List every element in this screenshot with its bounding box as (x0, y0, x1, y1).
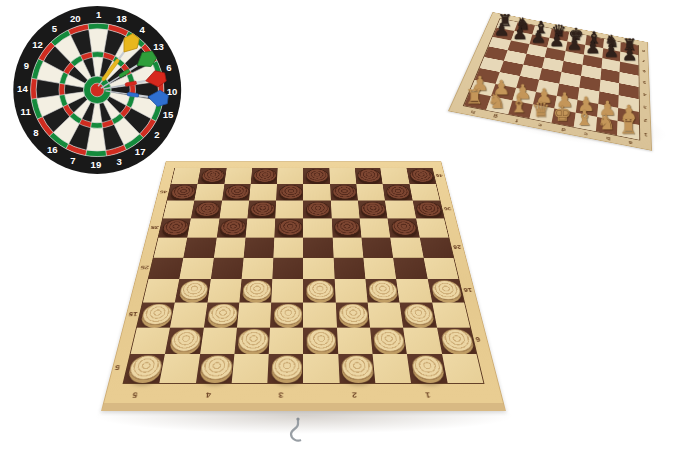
draughts-man-dark (170, 185, 196, 199)
draughts-square (432, 302, 470, 327)
draughts-border-number: 5 (131, 391, 138, 399)
draughts-square (355, 168, 383, 184)
draughts-man-dark (361, 202, 387, 217)
draughts-square (241, 258, 273, 280)
board-fold-seam (153, 257, 454, 258)
chess-border-label: c (583, 132, 587, 137)
draughts-grid (123, 168, 485, 384)
dartboard-number: 5 (52, 23, 58, 34)
draughts-border-number: 26 (452, 244, 461, 249)
chess-square (561, 61, 582, 76)
draughts-square (245, 219, 275, 238)
chess-square: ♜ (617, 121, 639, 140)
chess-piece-white-q: ♛ (531, 100, 549, 121)
draughts-square (370, 327, 407, 354)
draughts-square (329, 168, 356, 184)
draughts-square (269, 327, 304, 354)
draughts-square (196, 354, 235, 383)
chess-piece-white-b: ♝ (510, 96, 528, 117)
draughts-square (409, 184, 439, 201)
dartboard-number: 3 (116, 156, 121, 167)
draughts-square (160, 354, 200, 383)
chess-border-label: h (470, 110, 476, 115)
chess-piece-black-p: ♟ (603, 43, 618, 60)
draughts-man-dark (306, 202, 331, 217)
chess-border-label: 3 (643, 105, 647, 110)
draughts-square (303, 302, 336, 327)
draughts-border-number: 15 (128, 311, 138, 317)
dartboard-number: 15 (163, 109, 174, 120)
draughts-square (232, 354, 269, 383)
draughts-square (167, 184, 197, 201)
draughts-square (368, 302, 404, 327)
dartboard-number: 2 (154, 129, 159, 140)
draughts-square (184, 237, 217, 257)
draughts-square (406, 168, 435, 184)
draughts-man-light (339, 304, 369, 325)
draughts-square (171, 168, 200, 184)
draughts-man-dark (385, 185, 411, 199)
draughts-square (362, 237, 394, 257)
draughts-square (148, 258, 183, 280)
draughts-square (179, 258, 213, 280)
draughts-square (303, 168, 329, 184)
dartboard-number: 7 (70, 155, 75, 166)
chess-piece-white-b: ♝ (575, 108, 593, 129)
draughts-square (407, 354, 447, 383)
draughts-man-light (306, 329, 336, 351)
chess-border-label: 1 (644, 132, 648, 137)
draughts-square (420, 237, 454, 257)
chess-piece-black-p: ♟ (585, 39, 600, 56)
draughts-square (191, 201, 222, 219)
chess-border-label: g (492, 114, 498, 119)
draughts-border-number: 2 (352, 391, 357, 399)
draughts-square (165, 327, 203, 354)
draughts-square (154, 237, 188, 257)
dartboard-number: 10 (167, 86, 178, 97)
draughts-border-number: 45 (160, 189, 168, 193)
draughts-square (330, 184, 358, 201)
draughts-border-number: 5 (114, 363, 121, 370)
draughts-square (124, 354, 165, 383)
dartboard-number: 4 (140, 24, 146, 35)
draughts-square (207, 279, 241, 302)
chess-border-label: 7 (642, 59, 645, 63)
draughts-square (373, 354, 412, 383)
clasp-hook-icon (288, 417, 308, 447)
chess-border-label: 5 (643, 80, 646, 84)
draughts-square (194, 184, 224, 201)
dartboard-number: 12 (32, 39, 43, 50)
draughts-square (363, 258, 396, 280)
draughts-square (403, 327, 441, 354)
draughts-square (337, 327, 373, 354)
chess-piece-black-p: ♟ (567, 36, 582, 53)
chess-piece-white-k: ♚ (553, 104, 571, 125)
draughts-man-dark (334, 220, 360, 236)
draughts-square (393, 258, 427, 280)
draughts-square (391, 237, 424, 257)
chess-border-label: d (561, 127, 566, 132)
draughts-man-dark (279, 185, 303, 199)
draughts-border-number: 4 (205, 391, 211, 399)
draughts-square (247, 201, 276, 219)
dartboard-number: 9 (24, 60, 29, 71)
draughts-border-number: 25 (140, 265, 150, 270)
dartboard-number: 19 (91, 159, 102, 170)
dartboard-number: 8 (33, 127, 39, 138)
draughts-square (275, 201, 303, 219)
dartboard-number: 13 (153, 41, 164, 52)
draughts-square (224, 168, 252, 184)
chess-piece-black-p: ♟ (531, 29, 546, 46)
draughts-man-dark (409, 169, 435, 182)
chess-piece-black-p: ♟ (622, 46, 637, 63)
draughts-square (381, 168, 410, 184)
draughts-square (303, 201, 331, 219)
draughts-square (416, 219, 449, 238)
chess-board: ♜♞♝♛♚♝♞♜♟♟♟♟♟♟♟♟♟♟♟♟♟♟♟♟♜♞♝♛♚♝♞♜ hgfedcb… (448, 12, 652, 151)
chess-border-label: 6 (642, 69, 645, 73)
draughts-square (222, 184, 251, 201)
chess-square: ♞ (595, 117, 617, 135)
draughts-border-number: 3 (279, 391, 284, 399)
draughts-square (143, 279, 180, 302)
draughts-square (303, 327, 338, 354)
chess-square: ♝ (574, 113, 597, 131)
chess-border-label: 2 (644, 118, 648, 123)
draughts-man-dark (332, 185, 356, 199)
draughts-square (397, 279, 432, 302)
draughts-square (216, 219, 247, 238)
chess-piece-black-p: ♟ (512, 25, 527, 42)
draughts-square (187, 219, 219, 238)
draughts-border-number: 35 (150, 225, 159, 230)
draughts-square (270, 302, 303, 327)
draughts-man-light (128, 356, 164, 380)
product-collage-scene: 2011841361015217319716811149125 45352515… (0, 0, 683, 449)
draughts-man-dark (224, 185, 249, 199)
draughts-square (239, 279, 272, 302)
chess-border-label: b (606, 136, 610, 141)
draughts-man-light (368, 281, 398, 300)
draughts-square (423, 258, 458, 280)
draughts-man-light (271, 356, 302, 380)
draughts-man-light (141, 304, 174, 325)
draughts-square (303, 184, 330, 201)
chess-piece-black-p: ♟ (494, 21, 509, 38)
dartboard-number: 16 (47, 144, 58, 155)
draughts-man-light (207, 304, 238, 325)
chess-piece-black-p: ♟ (549, 32, 564, 49)
draughts-man-dark (162, 220, 190, 236)
draughts-square (412, 201, 444, 219)
draughts-square (333, 237, 364, 257)
draughts-border-number: 46 (435, 173, 443, 177)
draughts-square (366, 279, 400, 302)
draughts-square (442, 354, 483, 383)
draughts-square (204, 302, 240, 327)
draughts-man-dark (219, 220, 246, 236)
draughts-square (303, 258, 334, 280)
draughts-border-number: 36 (443, 206, 452, 210)
chess-piece-white-r: ♜ (466, 87, 484, 108)
dartboard-number: 1 (96, 9, 102, 20)
chess-border-label: 8 (642, 49, 645, 53)
draughts-square (437, 327, 477, 354)
draughts-man-light (306, 281, 334, 300)
draughts-square (277, 168, 303, 184)
bullseye (90, 83, 104, 97)
dartboard-number: 6 (166, 62, 171, 73)
draughts-man-light (411, 356, 446, 380)
draughts-square (360, 219, 391, 238)
chess-piece-white-n: ♞ (597, 113, 615, 134)
draughts-man-light (199, 356, 233, 380)
chess-piece-white-r: ♜ (619, 117, 637, 138)
draughts-square (268, 354, 304, 383)
draughts-square (251, 168, 278, 184)
draughts-man-dark (357, 169, 381, 182)
draughts-square (198, 168, 227, 184)
draughts-square (338, 354, 375, 383)
draughts-square (163, 201, 195, 219)
draughts-square (219, 201, 249, 219)
dartboard-number: 20 (70, 13, 81, 24)
draughts-square (210, 258, 243, 280)
draughts-man-light (403, 304, 435, 325)
draughts-square (303, 279, 335, 302)
dartboard-number: 11 (21, 106, 32, 117)
dartboard-number: 14 (17, 83, 28, 94)
draughts-man-dark (194, 202, 221, 217)
draughts-man-dark (253, 169, 277, 182)
draughts-square (175, 279, 210, 302)
draughts-square (333, 258, 365, 280)
chess-piece-white-n: ♞ (488, 91, 506, 112)
draughts-square (272, 258, 303, 280)
draughts-square (237, 302, 271, 327)
draughts-square (303, 354, 339, 383)
draughts-square (244, 237, 275, 257)
draughts-square (137, 302, 175, 327)
chess-border-label: f (515, 118, 519, 123)
draughts-man-light (242, 281, 271, 300)
draughts-square (331, 201, 360, 219)
draughts-square (303, 237, 333, 257)
draughts-man-light (169, 329, 202, 351)
draughts-square (336, 302, 370, 327)
draughts-square (274, 237, 304, 257)
draughts-square (358, 201, 388, 219)
draughts-square (356, 184, 385, 201)
draughts-square (303, 219, 332, 238)
draughts-square (271, 279, 303, 302)
draughts-square (332, 219, 362, 238)
dartboard-number: 17 (135, 146, 146, 157)
draughts-square (214, 237, 246, 257)
draughts-man-light (440, 329, 474, 351)
draughts-man-dark (250, 202, 275, 217)
draughts-square (274, 219, 303, 238)
draughts-board: 45352515546362616654321 (101, 161, 506, 411)
draughts-man-light (373, 329, 405, 351)
draughts-border-number: 16 (463, 287, 473, 293)
draughts-square (249, 184, 277, 201)
draughts-man-light (178, 281, 209, 300)
draughts-square (276, 184, 303, 201)
chess-border-label: a (629, 140, 633, 145)
chess-border-label: 4 (643, 92, 646, 96)
draughts-square (428, 279, 465, 302)
draughts-square (385, 201, 416, 219)
draughts-border-number: 6 (475, 336, 481, 343)
draughts-square (200, 327, 237, 354)
draughts-man-dark (200, 169, 225, 182)
draughts-square (234, 327, 270, 354)
draughts-square (383, 184, 413, 201)
chess-grid: ♜♞♝♛♚♝♞♜♟♟♟♟♟♟♟♟♟♟♟♟♟♟♟♟♜♞♝♛♚♝♞♜ (463, 18, 640, 140)
draughts-man-light (273, 304, 302, 325)
draughts-man-light (238, 329, 269, 351)
draughts-man-dark (277, 220, 302, 236)
draughts-square (131, 327, 171, 354)
draughts-man-light (431, 281, 463, 300)
draughts-square (335, 279, 368, 302)
dartboard-number: 18 (116, 13, 127, 24)
draughts-square (400, 302, 437, 327)
draughts-square (170, 302, 207, 327)
draughts-square (388, 219, 420, 238)
chess-border-label: e (538, 123, 543, 128)
draughts-man-dark (415, 202, 442, 217)
draughts-border-number: 1 (425, 391, 431, 399)
draughts-man-dark (390, 220, 418, 236)
draughts-man-light (341, 356, 374, 380)
draughts-square (158, 219, 191, 238)
draughts-man-dark (306, 169, 329, 182)
